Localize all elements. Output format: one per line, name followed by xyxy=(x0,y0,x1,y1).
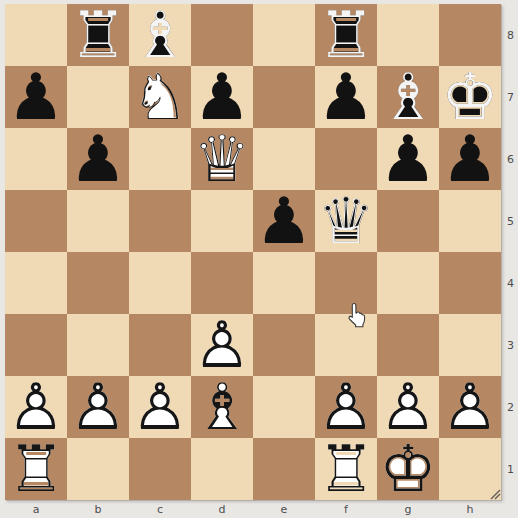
square-a8[interactable] xyxy=(5,4,67,66)
black-pawn[interactable]: ♟ xyxy=(439,128,501,190)
file-label: c xyxy=(129,502,191,517)
rank-label: 6 xyxy=(504,128,517,190)
square-e1[interactable] xyxy=(253,438,315,500)
file-label: a xyxy=(5,502,67,517)
black-queen[interactable]: ♛♕ xyxy=(315,190,377,252)
file-label: e xyxy=(253,502,315,517)
square-e8[interactable] xyxy=(253,4,315,66)
square-g7[interactable]: ♝♗ xyxy=(377,66,439,128)
rank-label: 4 xyxy=(504,252,517,314)
black-pawn[interactable]: ♟ xyxy=(315,66,377,128)
square-b3[interactable] xyxy=(67,314,129,376)
square-c1[interactable] xyxy=(129,438,191,500)
square-c7[interactable]: ♞♘ xyxy=(129,66,191,128)
square-g5[interactable] xyxy=(377,190,439,252)
rank-label: 5 xyxy=(504,190,517,252)
white-king[interactable]: ♚♔ xyxy=(377,438,439,500)
square-b4[interactable] xyxy=(67,252,129,314)
rank-coordinates: 87654321 xyxy=(504,4,517,500)
file-label: d xyxy=(191,502,253,517)
pointer-hand-cursor xyxy=(347,302,368,329)
black-pawn[interactable]: ♟ xyxy=(253,190,315,252)
square-h3[interactable] xyxy=(439,314,501,376)
white-queen[interactable]: ♛♕ xyxy=(191,128,253,190)
black-pawn[interactable]: ♟ xyxy=(67,128,129,190)
square-d1[interactable] xyxy=(191,438,253,500)
white-knight[interactable]: ♞♘ xyxy=(129,66,191,128)
square-b8[interactable]: ♜♖ xyxy=(67,4,129,66)
square-e5[interactable]: ♟ xyxy=(253,190,315,252)
square-a4[interactable] xyxy=(5,252,67,314)
square-g4[interactable] xyxy=(377,252,439,314)
square-a2[interactable]: ♟♙ xyxy=(5,376,67,438)
square-d8[interactable] xyxy=(191,4,253,66)
square-c8[interactable]: ♝♗ xyxy=(129,4,191,66)
square-a7[interactable]: ♟ xyxy=(5,66,67,128)
square-d5[interactable] xyxy=(191,190,253,252)
black-rook[interactable]: ♜♖ xyxy=(67,4,129,66)
black-rook[interactable]: ♜♖ xyxy=(315,4,377,66)
file-coordinates: abcdefgh xyxy=(5,502,501,517)
square-h6[interactable]: ♟ xyxy=(439,128,501,190)
square-f7[interactable]: ♟ xyxy=(315,66,377,128)
square-e7[interactable] xyxy=(253,66,315,128)
square-d6[interactable]: ♛♕ xyxy=(191,128,253,190)
square-c2[interactable]: ♟♙ xyxy=(129,376,191,438)
square-f8[interactable]: ♜♖ xyxy=(315,4,377,66)
square-g2[interactable]: ♟♙ xyxy=(377,376,439,438)
square-f6[interactable] xyxy=(315,128,377,190)
rank-label: 3 xyxy=(504,314,517,376)
white-pawn[interactable]: ♟♙ xyxy=(129,376,191,438)
square-f5[interactable]: ♛♕ xyxy=(315,190,377,252)
black-bishop[interactable]: ♝♗ xyxy=(377,66,439,128)
rank-label: 7 xyxy=(504,66,517,128)
page-background: ♜♖♝♗♜♖♟♞♘♟♟♝♗♚♔♟♛♕♟♟♟♛♕♟♙♟♙♟♙♟♙♝♗♟♙♟♙♟♙♜… xyxy=(0,0,518,518)
rank-label: 1 xyxy=(504,438,517,500)
white-pawn[interactable]: ♟♙ xyxy=(67,376,129,438)
square-f1[interactable]: ♜♖ xyxy=(315,438,377,500)
square-d4[interactable] xyxy=(191,252,253,314)
square-h2[interactable]: ♟♙ xyxy=(439,376,501,438)
square-h4[interactable] xyxy=(439,252,501,314)
square-e6[interactable] xyxy=(253,128,315,190)
white-pawn[interactable]: ♟♙ xyxy=(191,314,253,376)
square-d3[interactable]: ♟♙ xyxy=(191,314,253,376)
square-c6[interactable] xyxy=(129,128,191,190)
square-g6[interactable]: ♟ xyxy=(377,128,439,190)
file-label: h xyxy=(439,502,501,517)
black-bishop[interactable]: ♝♗ xyxy=(129,4,191,66)
square-b2[interactable]: ♟♙ xyxy=(67,376,129,438)
black-pawn[interactable]: ♟ xyxy=(5,66,67,128)
square-b1[interactable] xyxy=(67,438,129,500)
square-b7[interactable] xyxy=(67,66,129,128)
square-e2[interactable] xyxy=(253,376,315,438)
square-b6[interactable]: ♟ xyxy=(67,128,129,190)
square-f2[interactable]: ♟♙ xyxy=(315,376,377,438)
square-a6[interactable] xyxy=(5,128,67,190)
square-d2[interactable]: ♝♗ xyxy=(191,376,253,438)
file-label: f xyxy=(315,502,377,517)
black-pawn[interactable]: ♟ xyxy=(377,128,439,190)
resize-handle-icon[interactable] xyxy=(489,488,502,501)
white-rook[interactable]: ♜♖ xyxy=(315,438,377,500)
square-g3[interactable] xyxy=(377,314,439,376)
white-pawn[interactable]: ♟♙ xyxy=(439,376,501,438)
black-pawn[interactable]: ♟ xyxy=(191,66,253,128)
file-label: g xyxy=(377,502,439,517)
square-h8[interactable] xyxy=(439,4,501,66)
square-e4[interactable] xyxy=(253,252,315,314)
square-b5[interactable] xyxy=(67,190,129,252)
white-bishop[interactable]: ♝♗ xyxy=(191,376,253,438)
square-a5[interactable] xyxy=(5,190,67,252)
black-king[interactable]: ♚♔ xyxy=(439,66,501,128)
square-a3[interactable] xyxy=(5,314,67,376)
square-g8[interactable] xyxy=(377,4,439,66)
rank-label: 2 xyxy=(504,376,517,438)
square-e3[interactable] xyxy=(253,314,315,376)
square-h7[interactable]: ♚♔ xyxy=(439,66,501,128)
square-g1[interactable]: ♚♔ xyxy=(377,438,439,500)
square-c3[interactable] xyxy=(129,314,191,376)
square-c4[interactable] xyxy=(129,252,191,314)
chess-board[interactable]: ♜♖♝♗♜♖♟♞♘♟♟♝♗♚♔♟♛♕♟♟♟♛♕♟♙♟♙♟♙♟♙♝♗♟♙♟♙♟♙♜… xyxy=(5,4,501,500)
white-pawn[interactable]: ♟♙ xyxy=(5,376,67,438)
square-a1[interactable]: ♜♖ xyxy=(5,438,67,500)
square-h5[interactable] xyxy=(439,190,501,252)
square-c5[interactable] xyxy=(129,190,191,252)
rank-label: 8 xyxy=(504,4,517,66)
file-label: b xyxy=(67,502,129,517)
square-d7[interactable]: ♟ xyxy=(191,66,253,128)
white-pawn[interactable]: ♟♙ xyxy=(377,376,439,438)
white-pawn[interactable]: ♟♙ xyxy=(315,376,377,438)
white-rook[interactable]: ♜♖ xyxy=(5,438,67,500)
